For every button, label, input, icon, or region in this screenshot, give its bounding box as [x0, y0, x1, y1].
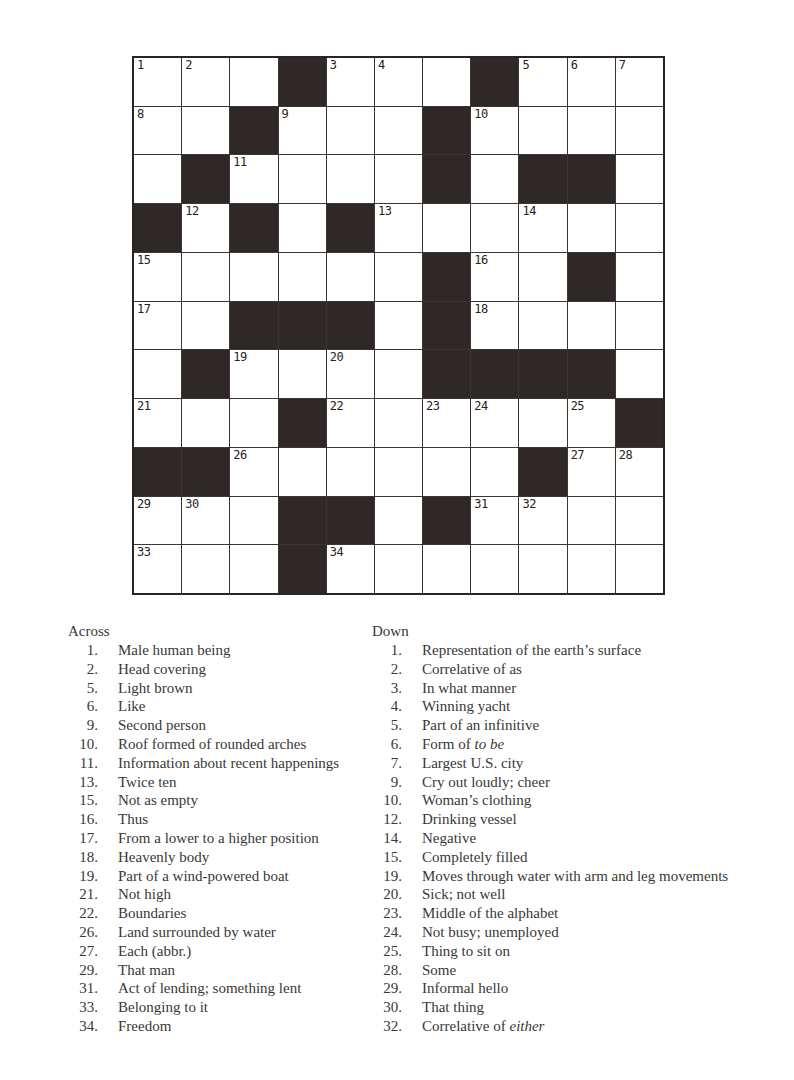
clue-text: Second person — [118, 717, 206, 733]
grid-cell[interactable] — [134, 350, 181, 398]
grid-cell[interactable] — [134, 155, 181, 203]
grid-cell[interactable] — [423, 448, 470, 496]
cell-number: 21 — [137, 399, 150, 413]
block-cell — [568, 155, 615, 203]
crossword-grid: 1234567891011121314151617181920212223242… — [132, 56, 665, 595]
clue-number-label: 7. — [372, 754, 402, 773]
clue-number-label: 3. — [372, 679, 402, 698]
cell-number: 25 — [571, 399, 584, 413]
grid-cell[interactable]: 21 — [134, 399, 181, 447]
clue-number-label: 15. — [372, 848, 402, 867]
clue-item: 1.Male human being — [68, 641, 339, 660]
grid-cell[interactable]: 22 — [327, 399, 374, 447]
grid-cell[interactable] — [616, 155, 663, 203]
cell-number: 34 — [330, 545, 343, 559]
cell-number: 12 — [185, 204, 198, 218]
clue-number-label: 24. — [372, 923, 402, 942]
grid-cell[interactable]: 31 — [471, 497, 518, 545]
grid-cell[interactable] — [182, 399, 229, 447]
grid-cell[interactable] — [519, 107, 566, 155]
block-cell — [471, 58, 518, 106]
clue-number-label: 20. — [372, 885, 402, 904]
grid-cell[interactable]: 33 — [134, 545, 181, 593]
grid-cell[interactable] — [616, 545, 663, 593]
clue-number-label: 2. — [68, 660, 98, 679]
clue-text: That man — [118, 962, 175, 978]
clue-text: Boundaries — [118, 905, 186, 921]
cell-number: 11 — [233, 155, 246, 169]
grid-cell[interactable]: 8 — [134, 107, 181, 155]
clue-text: Each (abbr.) — [118, 943, 191, 959]
clue-number-label: 30. — [372, 998, 402, 1017]
clue-text: Informal hello — [422, 980, 508, 996]
across-heading: Across — [68, 622, 339, 641]
cell-number: 5 — [522, 58, 529, 72]
block-cell — [423, 302, 470, 350]
grid-cell[interactable]: 17 — [134, 302, 181, 350]
grid-cell[interactable]: 30 — [182, 497, 229, 545]
clue-item: 17.From a lower to a higher position — [68, 829, 339, 848]
grid-cell[interactable]: 11 — [230, 155, 277, 203]
grid-cell[interactable]: 2 — [182, 58, 229, 106]
clue-item: 1.Representation of the earth’s surface — [372, 641, 728, 660]
clue-number-label: 22. — [68, 904, 98, 923]
clue-item: 3.In what manner — [372, 679, 728, 698]
cell-number: 32 — [522, 497, 535, 511]
grid-cell[interactable] — [230, 399, 277, 447]
grid-cell[interactable]: 26 — [230, 448, 277, 496]
clue-item: 13.Twice ten — [68, 773, 339, 792]
clue-text: Sick; not well — [422, 886, 505, 902]
grid-cell[interactable] — [616, 497, 663, 545]
clue-item: 6.Like — [68, 697, 339, 716]
block-cell — [423, 155, 470, 203]
clue-text: Thing to sit on — [422, 943, 510, 959]
grid-cell[interactable] — [375, 253, 422, 301]
grid-cell[interactable]: 16 — [471, 253, 518, 301]
clue-item: 33.Belonging to it — [68, 998, 339, 1017]
clue-item: 34.Freedom — [68, 1017, 339, 1036]
clue-text: That thing — [422, 999, 484, 1015]
clue-text: Belonging to it — [118, 999, 208, 1015]
clue-text: Drinking vessel — [422, 811, 517, 827]
grid-cell[interactable]: 7 — [616, 58, 663, 106]
block-cell — [182, 155, 229, 203]
clue-item: 7.Largest U.S. city — [372, 754, 728, 773]
clue-number-label: 28. — [372, 961, 402, 980]
clue-number-label: 21. — [68, 885, 98, 904]
cell-number: 10 — [474, 107, 487, 121]
cell-number: 13 — [378, 204, 391, 218]
grid-cell[interactable] — [616, 253, 663, 301]
clue-item: 23.Middle of the alphabet — [372, 904, 728, 923]
clue-text: Correlative of as — [422, 661, 522, 677]
block-cell — [327, 302, 374, 350]
grid-cell[interactable]: 18 — [471, 302, 518, 350]
clue-item: 26.Land surrounded by water — [68, 923, 339, 942]
clue-number-label: 2. — [372, 660, 402, 679]
grid-cell[interactable]: 5 — [519, 58, 566, 106]
clue-number-label: 34. — [68, 1017, 98, 1036]
clue-text: Twice ten — [118, 774, 177, 790]
clue-number-label: 6. — [68, 697, 98, 716]
clue-number-label: 10. — [68, 735, 98, 754]
down-heading: Down — [372, 622, 728, 641]
grid-cell[interactable]: 32 — [519, 497, 566, 545]
clue-item: 21.Not high — [68, 885, 339, 904]
cell-number: 1 — [137, 58, 144, 72]
clue-text: Not as empty — [118, 792, 198, 808]
grid-cell[interactable] — [471, 448, 518, 496]
block-cell — [519, 155, 566, 203]
grid-cell[interactable]: 27 — [568, 448, 615, 496]
grid-cell[interactable]: 3 — [327, 58, 374, 106]
clue-text: Winning yacht — [422, 698, 510, 714]
grid-cell[interactable] — [279, 204, 326, 252]
clue-number-label: 29. — [372, 979, 402, 998]
grid-cell[interactable] — [375, 155, 422, 203]
clue-text: Form of to be — [422, 736, 504, 752]
clue-number-label: 27. — [68, 942, 98, 961]
down-clue-list: 1.Representation of the earth’s surface2… — [372, 641, 728, 1036]
clue-text: Middle of the alphabet — [422, 905, 558, 921]
block-cell — [568, 350, 615, 398]
across-clue-list: 1.Male human being2.Head covering5.Light… — [68, 641, 339, 1036]
grid-cell[interactable] — [519, 545, 566, 593]
cell-number: 31 — [474, 497, 487, 511]
clue-item: 10.Woman’s clothing — [372, 791, 728, 810]
clue-text: Act of lending; something lent — [118, 980, 301, 996]
clue-number-label: 9. — [372, 773, 402, 792]
grid-cell[interactable] — [230, 497, 277, 545]
grid-cell[interactable] — [616, 204, 663, 252]
clue-item: 29.That man — [68, 961, 339, 980]
grid-cell[interactable] — [568, 302, 615, 350]
clue-item: 32.Correlative of either — [372, 1017, 728, 1036]
clue-item: 5.Part of an infinitive — [372, 716, 728, 735]
grid-cell[interactable] — [375, 497, 422, 545]
clue-text: Woman’s clothing — [422, 792, 531, 808]
clue-text: Head covering — [118, 661, 206, 677]
clue-item: 25.Thing to sit on — [372, 942, 728, 961]
block-cell — [423, 107, 470, 155]
grid-cell[interactable]: 24 — [471, 399, 518, 447]
clue-item: 4.Winning yacht — [372, 697, 728, 716]
cell-number: 20 — [330, 350, 343, 364]
clue-number-label: 33. — [68, 998, 98, 1017]
grid-cell[interactable] — [375, 107, 422, 155]
grid-cell[interactable]: 13 — [375, 204, 422, 252]
clue-item: 2.Correlative of as — [372, 660, 728, 679]
clue-text: Some — [422, 962, 456, 978]
grid-cell[interactable]: 28 — [616, 448, 663, 496]
grid-cell[interactable]: 19 — [230, 350, 277, 398]
cell-number: 18 — [474, 302, 487, 316]
clue-number-label: 29. — [68, 961, 98, 980]
clue-item: 9.Second person — [68, 716, 339, 735]
clue-item: 14.Negative — [372, 829, 728, 848]
clue-number-label: 16. — [68, 810, 98, 829]
clue-item: 27.Each (abbr.) — [68, 942, 339, 961]
block-cell — [568, 253, 615, 301]
clue-text: Light brown — [118, 680, 193, 696]
clue-number-label: 15. — [68, 791, 98, 810]
grid-cell[interactable] — [230, 253, 277, 301]
grid-cell[interactable] — [230, 58, 277, 106]
block-cell — [616, 399, 663, 447]
clue-number-label: 23. — [372, 904, 402, 923]
grid-cell[interactable] — [568, 545, 615, 593]
grid-cell[interactable] — [182, 302, 229, 350]
clue-text: Thus — [118, 811, 148, 827]
grid-cell[interactable] — [423, 58, 470, 106]
clue-text: Roof formed of rounded arches — [118, 736, 306, 752]
cell-number: 16 — [474, 253, 487, 267]
clue-item: 24.Not busy; unemployed — [372, 923, 728, 942]
cell-number: 24 — [474, 399, 487, 413]
clue-text: Cry out loudly; cheer — [422, 774, 550, 790]
clue-item: 20.Sick; not well — [372, 885, 728, 904]
clue-number-label: 31. — [68, 979, 98, 998]
block-cell — [182, 350, 229, 398]
clue-item: 9.Cry out loudly; cheer — [372, 773, 728, 792]
block-cell — [230, 107, 277, 155]
cell-number: 14 — [522, 204, 535, 218]
block-cell — [230, 204, 277, 252]
grid-cell[interactable] — [375, 448, 422, 496]
grid-cell[interactable] — [327, 155, 374, 203]
grid-cell[interactable] — [375, 399, 422, 447]
clue-item: 18.Heavenly body — [68, 848, 339, 867]
clue-text: Part of an infinitive — [422, 717, 539, 733]
clue-item: 6.Form of to be — [372, 735, 728, 754]
grid-cell[interactable] — [327, 448, 374, 496]
block-cell — [519, 448, 566, 496]
grid-cell[interactable] — [182, 253, 229, 301]
grid-cell[interactable]: 10 — [471, 107, 518, 155]
clue-item: 28.Some — [372, 961, 728, 980]
clue-item: 19.Moves through water with arm and leg … — [372, 867, 728, 886]
block-cell — [423, 497, 470, 545]
clue-number-label: 10. — [372, 791, 402, 810]
grid-cell[interactable] — [471, 545, 518, 593]
grid-cell[interactable] — [279, 155, 326, 203]
cell-number: 19 — [233, 350, 246, 364]
clue-number-label: 14. — [372, 829, 402, 848]
clue-item: 2.Head covering — [68, 660, 339, 679]
block-cell — [327, 497, 374, 545]
clue-text: In what manner — [422, 680, 516, 696]
cell-number: 17 — [137, 302, 150, 316]
block-cell — [423, 350, 470, 398]
grid-cell[interactable]: 1 — [134, 58, 181, 106]
grid-cell[interactable]: 25 — [568, 399, 615, 447]
block-cell — [230, 302, 277, 350]
clue-text: Negative — [422, 830, 476, 846]
block-cell — [134, 204, 181, 252]
grid-cell[interactable]: 14 — [519, 204, 566, 252]
clue-text: Largest U.S. city — [422, 755, 523, 771]
clue-number-label: 12. — [372, 810, 402, 829]
cell-number: 26 — [233, 448, 246, 462]
down-clues-section: Down 1.Representation of the earth’s sur… — [372, 622, 728, 1036]
block-cell — [519, 350, 566, 398]
grid-cell[interactable]: 29 — [134, 497, 181, 545]
grid-cell[interactable] — [279, 253, 326, 301]
cell-number: 15 — [137, 253, 150, 267]
block-cell — [279, 399, 326, 447]
grid-cell[interactable] — [327, 253, 374, 301]
block-cell — [182, 448, 229, 496]
clue-number-label: 11. — [68, 754, 98, 773]
cell-number: 30 — [185, 497, 198, 511]
grid-cell[interactable] — [375, 302, 422, 350]
clue-text: From a lower to a higher position — [118, 830, 319, 846]
clue-text: Completely filled — [422, 849, 527, 865]
grid-cell[interactable] — [423, 204, 470, 252]
clue-text: Freedom — [118, 1018, 171, 1034]
clue-number-label: 13. — [68, 773, 98, 792]
grid-cell[interactable] — [182, 107, 229, 155]
block-cell — [471, 350, 518, 398]
clue-item: 29.Informal hello — [372, 979, 728, 998]
cell-number: 4 — [378, 58, 385, 72]
grid-cell[interactable] — [616, 350, 663, 398]
clue-item: 15.Completely filled — [372, 848, 728, 867]
cell-number: 28 — [619, 448, 632, 462]
clue-text: Land surrounded by water — [118, 924, 276, 940]
across-clues-section: Across 1.Male human being2.Head covering… — [68, 622, 339, 1036]
grid-cell[interactable] — [327, 107, 374, 155]
clue-item: 15.Not as empty — [68, 791, 339, 810]
clue-text: Male human being — [118, 642, 230, 658]
cell-number: 2 — [185, 58, 192, 72]
cell-number: 8 — [137, 107, 144, 121]
grid-cell[interactable]: 15 — [134, 253, 181, 301]
clue-item: 12.Drinking vessel — [372, 810, 728, 829]
cell-number: 33 — [137, 545, 150, 559]
clue-text: Not busy; unemployed — [422, 924, 559, 940]
grid-cell[interactable] — [519, 253, 566, 301]
clue-number-label: 18. — [68, 848, 98, 867]
cell-number: 22 — [330, 399, 343, 413]
clue-number-label: 6. — [372, 735, 402, 754]
grid-cell[interactable] — [568, 107, 615, 155]
grid-cell[interactable]: 4 — [375, 58, 422, 106]
block-cell — [279, 497, 326, 545]
grid-cell[interactable] — [519, 302, 566, 350]
block-cell — [134, 448, 181, 496]
cell-number: 23 — [426, 399, 439, 413]
clue-text: Representation of the earth’s surface — [422, 642, 641, 658]
grid-cell[interactable]: 9 — [279, 107, 326, 155]
clue-item: 31.Act of lending; something lent — [68, 979, 339, 998]
clue-item: 22.Boundaries — [68, 904, 339, 923]
grid-cell[interactable] — [616, 302, 663, 350]
grid-cell[interactable] — [279, 350, 326, 398]
clue-text: Heavenly body — [118, 849, 209, 865]
cell-number: 9 — [282, 107, 289, 121]
clue-number-label: 5. — [372, 716, 402, 735]
grid-cell[interactable]: 23 — [423, 399, 470, 447]
grid-cell[interactable] — [423, 545, 470, 593]
block-cell — [423, 253, 470, 301]
grid-cell[interactable]: 20 — [327, 350, 374, 398]
grid-cell[interactable] — [568, 204, 615, 252]
clue-item: 16.Thus — [68, 810, 339, 829]
crossword-page: 1234567891011121314151617181920212223242… — [0, 0, 794, 1080]
clue-text: Information about recent happenings — [118, 755, 339, 771]
block-cell — [279, 545, 326, 593]
block-cell — [279, 302, 326, 350]
clue-number-label: 5. — [68, 679, 98, 698]
grid-cell[interactable] — [182, 545, 229, 593]
clue-item: 10.Roof formed of rounded arches — [68, 735, 339, 754]
cell-number: 3 — [330, 58, 337, 72]
cell-number: 6 — [571, 58, 578, 72]
clue-item: 5.Light brown — [68, 679, 339, 698]
grid-cell[interactable]: 12 — [182, 204, 229, 252]
grid-cell[interactable] — [519, 399, 566, 447]
clue-item: 19.Part of a wind-powered boat — [68, 867, 339, 886]
block-cell — [279, 58, 326, 106]
cell-number: 7 — [619, 58, 626, 72]
grid-cell[interactable] — [471, 204, 518, 252]
cell-number: 27 — [571, 448, 584, 462]
clue-item: 30.That thing — [372, 998, 728, 1017]
block-cell — [327, 204, 374, 252]
clue-text: Part of a wind-powered boat — [118, 868, 289, 884]
clue-text: Correlative of either — [422, 1018, 544, 1034]
cell-number: 29 — [137, 497, 150, 511]
clue-number-label: 19. — [372, 867, 402, 886]
grid-cell[interactable]: 34 — [327, 545, 374, 593]
grid-cell[interactable] — [230, 545, 277, 593]
clue-number-label: 26. — [68, 923, 98, 942]
clue-number-label: 19. — [68, 867, 98, 886]
clue-text: Like — [118, 698, 146, 714]
clue-number-label: 1. — [68, 641, 98, 660]
clue-number-label: 4. — [372, 697, 402, 716]
grid-cell[interactable]: 6 — [568, 58, 615, 106]
grid-cell[interactable] — [471, 155, 518, 203]
clue-number-label: 25. — [372, 942, 402, 961]
clue-item: 11.Information about recent happenings — [68, 754, 339, 773]
clue-number-label: 32. — [372, 1017, 402, 1036]
clue-number-label: 9. — [68, 716, 98, 735]
grid-cell[interactable] — [568, 497, 615, 545]
clue-text: Not high — [118, 886, 171, 902]
grid-cell[interactable] — [375, 545, 422, 593]
grid-cell[interactable] — [616, 107, 663, 155]
clue-text: Moves through water with arm and leg mov… — [422, 868, 728, 884]
clue-number-label: 17. — [68, 829, 98, 848]
grid-cell[interactable] — [279, 448, 326, 496]
grid-cell[interactable] — [375, 350, 422, 398]
clue-number-label: 1. — [372, 641, 402, 660]
